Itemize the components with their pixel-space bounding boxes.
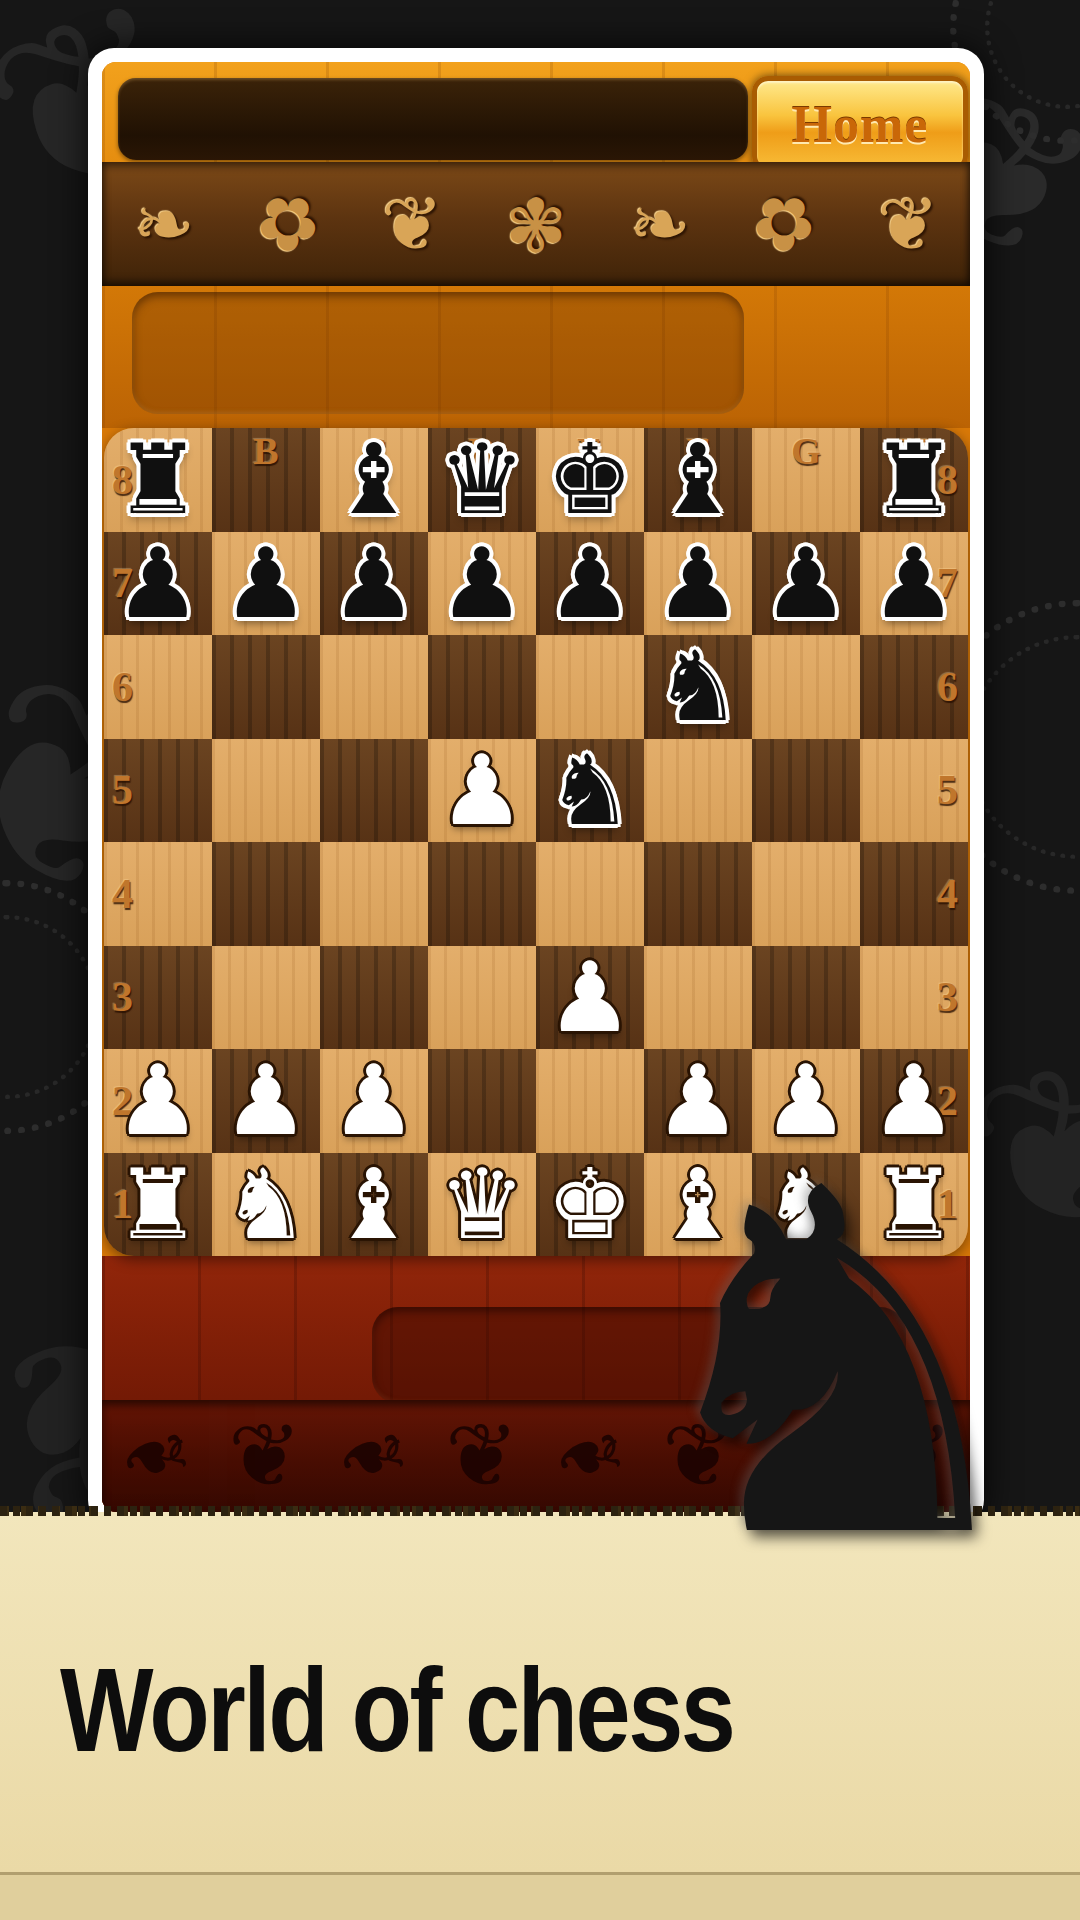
square-d8[interactable]: D♛ bbox=[428, 428, 536, 532]
ornament-leaf-icon: ❦ bbox=[445, 1412, 519, 1500]
screenshot-root: ❦ ❦ ❦ ❦ ❦ Home ❧✿❦✾❧✿❦ A8♜BC♝D♛E♚F♝GH8♜7… bbox=[0, 0, 1080, 1920]
square-c4[interactable] bbox=[320, 842, 428, 946]
white-pawn-b2[interactable]: ♟ bbox=[212, 1049, 320, 1153]
black-bishop-f8[interactable]: ♝ bbox=[644, 428, 752, 532]
black-rook-h8[interactable]: ♜ bbox=[860, 428, 968, 532]
info-panel bbox=[132, 292, 744, 414]
square-b6[interactable] bbox=[212, 635, 320, 739]
square-h5[interactable]: 5 bbox=[860, 739, 968, 843]
rank-label-right-6: 6 bbox=[937, 666, 958, 708]
square-b5[interactable] bbox=[212, 739, 320, 843]
white-pawn-c2[interactable]: ♟ bbox=[320, 1049, 428, 1153]
black-knight-e5[interactable]: ♞ bbox=[536, 739, 644, 843]
square-a5[interactable]: 5 bbox=[104, 739, 212, 843]
rank-label-left-6: 6 bbox=[112, 666, 133, 708]
square-d1[interactable]: ♛ bbox=[428, 1153, 536, 1257]
black-king-e8[interactable]: ♚ bbox=[536, 428, 644, 532]
square-a1[interactable]: 1♜ bbox=[104, 1153, 212, 1257]
white-knight-b1[interactable]: ♞ bbox=[212, 1153, 320, 1257]
square-h6[interactable]: 6 bbox=[860, 635, 968, 739]
square-d5[interactable]: ♟ bbox=[428, 739, 536, 843]
square-c8[interactable]: C♝ bbox=[320, 428, 428, 532]
square-c3[interactable] bbox=[320, 946, 428, 1050]
black-rook-a8[interactable]: ♜ bbox=[104, 428, 212, 532]
ornament-leaf-icon: ❧ bbox=[133, 187, 195, 261]
ornament-leaf-icon: ❦ bbox=[381, 187, 443, 261]
square-g8[interactable]: G bbox=[752, 428, 860, 532]
square-h3[interactable]: 3 bbox=[860, 946, 968, 1050]
black-pawn-d7[interactable]: ♟ bbox=[428, 532, 536, 636]
square-b1[interactable]: ♞ bbox=[212, 1153, 320, 1257]
square-f7[interactable]: ♟ bbox=[644, 532, 752, 636]
square-h7[interactable]: 7♟ bbox=[860, 532, 968, 636]
carved-leaf-band: ❧✿❦✾❧✿❦ bbox=[102, 162, 970, 286]
white-rook-a1[interactable]: ♜ bbox=[104, 1153, 212, 1257]
rank-label-left-5: 5 bbox=[112, 769, 133, 811]
square-g7[interactable]: ♟ bbox=[752, 532, 860, 636]
rank-label-left-4: 4 bbox=[112, 873, 133, 915]
square-g4[interactable] bbox=[752, 842, 860, 946]
black-pawn-b7[interactable]: ♟ bbox=[212, 532, 320, 636]
square-f5[interactable] bbox=[644, 739, 752, 843]
ornament-leaf-icon: ❧ bbox=[629, 187, 691, 261]
rank-label-right-5: 5 bbox=[937, 769, 958, 811]
ornament-leaf-icon: ✿ bbox=[257, 187, 319, 261]
white-pawn-e3[interactable]: ♟ bbox=[536, 946, 644, 1050]
black-pawn-e7[interactable]: ♟ bbox=[536, 532, 644, 636]
square-e7[interactable]: ♟ bbox=[536, 532, 644, 636]
rank-label-right-4: 4 bbox=[937, 873, 958, 915]
square-c6[interactable] bbox=[320, 635, 428, 739]
ornament-leaf-icon: ❦ bbox=[228, 1412, 302, 1500]
rank-label-right-3: 3 bbox=[937, 976, 958, 1018]
square-b2[interactable]: ♟ bbox=[212, 1049, 320, 1153]
black-bishop-c8[interactable]: ♝ bbox=[320, 428, 428, 532]
square-d3[interactable] bbox=[428, 946, 536, 1050]
square-d7[interactable]: ♟ bbox=[428, 532, 536, 636]
square-a8[interactable]: A8♜ bbox=[104, 428, 212, 532]
file-label-b: B bbox=[253, 432, 278, 470]
square-f3[interactable] bbox=[644, 946, 752, 1050]
rank-label-left-3: 3 bbox=[112, 976, 133, 1018]
black-pawn-g7[interactable]: ♟ bbox=[752, 532, 860, 636]
square-a3[interactable]: 3 bbox=[104, 946, 212, 1050]
square-g3[interactable] bbox=[752, 946, 860, 1050]
square-c2[interactable]: ♟ bbox=[320, 1049, 428, 1153]
square-b4[interactable] bbox=[212, 842, 320, 946]
square-c7[interactable]: ♟ bbox=[320, 532, 428, 636]
square-f4[interactable] bbox=[644, 842, 752, 946]
black-queen-d8[interactable]: ♛ bbox=[428, 428, 536, 532]
home-button[interactable]: Home bbox=[752, 76, 968, 172]
square-a6[interactable]: 6 bbox=[104, 635, 212, 739]
page-title: World of chess bbox=[60, 1642, 733, 1778]
ornament-leaf-icon: ❦ bbox=[877, 187, 939, 261]
square-f6[interactable]: ♞ bbox=[644, 635, 752, 739]
square-d6[interactable] bbox=[428, 635, 536, 739]
ornament-leaf-icon: ✿ bbox=[753, 187, 815, 261]
square-e3[interactable]: ♟ bbox=[536, 946, 644, 1050]
square-h4[interactable]: 4 bbox=[860, 842, 968, 946]
knight-statue-icon: ♞ bbox=[592, 1128, 1080, 1598]
square-h8[interactable]: H8♜ bbox=[860, 428, 968, 532]
square-e8[interactable]: E♚ bbox=[536, 428, 644, 532]
file-label-g: G bbox=[791, 432, 821, 470]
black-pawn-h7[interactable]: ♟ bbox=[860, 532, 968, 636]
white-bishop-c1[interactable]: ♝ bbox=[320, 1153, 428, 1257]
square-a4[interactable]: 4 bbox=[104, 842, 212, 946]
square-e5[interactable]: ♞ bbox=[536, 739, 644, 843]
square-e6[interactable] bbox=[536, 635, 644, 739]
square-g5[interactable] bbox=[752, 739, 860, 843]
square-b3[interactable] bbox=[212, 946, 320, 1050]
square-b8[interactable]: B bbox=[212, 428, 320, 532]
square-d2[interactable] bbox=[428, 1049, 536, 1153]
square-f8[interactable]: F♝ bbox=[644, 428, 752, 532]
black-pawn-c7[interactable]: ♟ bbox=[320, 532, 428, 636]
square-a7[interactable]: 7♟ bbox=[104, 532, 212, 636]
white-pawn-d5[interactable]: ♟ bbox=[428, 739, 536, 843]
ornament-leaf-icon: ✾ bbox=[505, 187, 567, 261]
square-a2[interactable]: 2♟ bbox=[104, 1049, 212, 1153]
black-pawn-f7[interactable]: ♟ bbox=[644, 532, 752, 636]
square-c5[interactable] bbox=[320, 739, 428, 843]
ornament-leaf-icon: ❧ bbox=[324, 1402, 423, 1510]
square-c1[interactable]: ♝ bbox=[320, 1153, 428, 1257]
ornament-leaf-icon: ❧ bbox=[107, 1402, 206, 1510]
square-e4[interactable] bbox=[536, 842, 644, 946]
square-g6[interactable] bbox=[752, 635, 860, 739]
top-title-bar bbox=[118, 78, 748, 160]
square-d4[interactable] bbox=[428, 842, 536, 946]
black-pawn-a7[interactable]: ♟ bbox=[104, 532, 212, 636]
white-pawn-a2[interactable]: ♟ bbox=[104, 1049, 212, 1153]
white-queen-d1[interactable]: ♛ bbox=[428, 1153, 536, 1257]
square-b7[interactable]: ♟ bbox=[212, 532, 320, 636]
home-button-label: Home bbox=[792, 95, 929, 154]
black-knight-f6[interactable]: ♞ bbox=[644, 635, 752, 739]
banner-footer-strip bbox=[0, 1872, 1080, 1920]
